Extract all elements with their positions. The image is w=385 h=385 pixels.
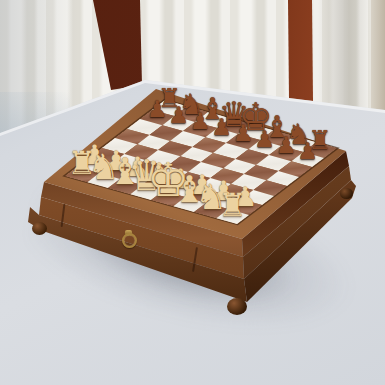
case-foot-left — [32, 222, 47, 235]
drawer-ring-pull-icon — [122, 233, 137, 248]
case-foot-right — [340, 188, 353, 199]
case-foot-front — [227, 298, 247, 315]
scene: ♜♞♝♛♚♝♞♜♟♟♟♟♟♟♟♟♟♟♟♟♟♟♟♟♜♞♝♛♚♝♞♜ — [0, 0, 385, 385]
